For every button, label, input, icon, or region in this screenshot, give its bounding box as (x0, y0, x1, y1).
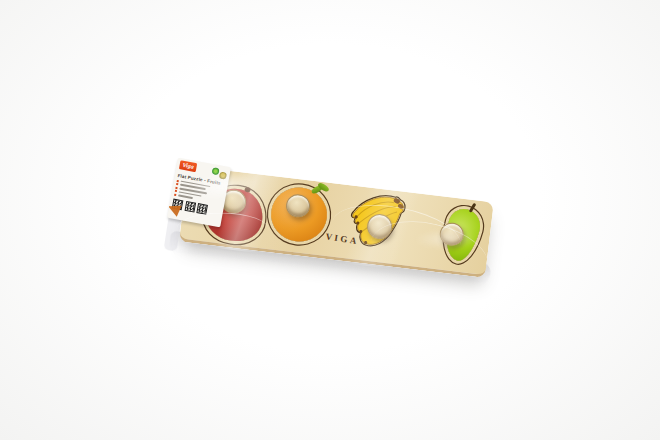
qr-code-icon (184, 201, 196, 213)
green-seal-badge-icon (211, 167, 219, 175)
qr-code-icon (196, 203, 208, 215)
viga-logo: Viga (179, 160, 197, 172)
puzzle-board: VIGA Viga Flat Puzzle - Fruits (179, 166, 494, 278)
orange-leaf-icon (310, 182, 330, 198)
info-label: Viga Flat Puzzle - Fruits (167, 158, 231, 228)
product-photo: VIGA Viga Flat Puzzle - Fruits (0, 0, 660, 440)
toy-award-badge-icon (219, 172, 227, 180)
apple-stem-dot (244, 187, 251, 193)
